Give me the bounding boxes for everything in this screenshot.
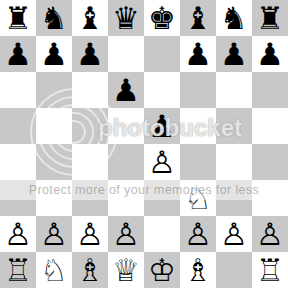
square-a6[interactable]	[0, 72, 36, 108]
square-g4[interactable]	[216, 144, 252, 180]
piece-black-pawn: ♟	[0, 36, 36, 72]
square-b1[interactable]: ♘	[36, 252, 72, 288]
square-b3[interactable]	[36, 180, 72, 216]
piece-black-bishop: ♝	[180, 0, 216, 36]
piece-white-pawn: ♙	[180, 216, 216, 252]
square-c4[interactable]	[72, 144, 108, 180]
square-g2[interactable]: ♙	[216, 216, 252, 252]
square-b8[interactable]: ♞	[36, 0, 72, 36]
piece-black-knight: ♞	[216, 0, 252, 36]
square-e5[interactable]: ♟	[144, 108, 180, 144]
square-a1[interactable]: ♖	[0, 252, 36, 288]
square-d8[interactable]: ♛	[108, 0, 144, 36]
piece-white-pawn: ♙	[144, 144, 180, 180]
piece-white-king: ♔	[144, 252, 180, 288]
square-c8[interactable]: ♝	[72, 0, 108, 36]
piece-white-knight: ♘	[36, 252, 72, 288]
square-c6[interactable]	[72, 72, 108, 108]
chess-board: ♜♞♝♛♚♝♞♜♟♟♟♟♟♟♟♟♙♘♙♙♙♙♙♙♙♖♘♗♕♔♗♖	[0, 0, 288, 288]
piece-black-knight: ♞	[36, 0, 72, 36]
square-e6[interactable]	[144, 72, 180, 108]
piece-black-pawn: ♟	[144, 108, 180, 144]
piece-black-pawn: ♟	[180, 36, 216, 72]
square-e1[interactable]: ♔	[144, 252, 180, 288]
square-g7[interactable]: ♟	[216, 36, 252, 72]
piece-white-rook: ♖	[0, 252, 36, 288]
square-a5[interactable]	[0, 108, 36, 144]
square-a8[interactable]: ♜	[0, 0, 36, 36]
piece-black-pawn: ♟	[252, 36, 288, 72]
piece-white-rook: ♖	[252, 252, 288, 288]
piece-black-pawn: ♟	[72, 36, 108, 72]
piece-black-king: ♚	[144, 0, 180, 36]
square-h6[interactable]	[252, 72, 288, 108]
square-d3[interactable]	[108, 180, 144, 216]
piece-white-knight: ♘	[180, 180, 216, 216]
piece-white-pawn: ♙	[0, 216, 36, 252]
square-a3[interactable]	[0, 180, 36, 216]
square-d5[interactable]	[108, 108, 144, 144]
square-h1[interactable]: ♖	[252, 252, 288, 288]
square-f6[interactable]	[180, 72, 216, 108]
square-h4[interactable]	[252, 144, 288, 180]
square-e8[interactable]: ♚	[144, 0, 180, 36]
square-g3[interactable]	[216, 180, 252, 216]
square-g5[interactable]	[216, 108, 252, 144]
square-f7[interactable]: ♟	[180, 36, 216, 72]
square-h7[interactable]: ♟	[252, 36, 288, 72]
piece-white-bishop: ♗	[72, 252, 108, 288]
piece-black-queen: ♛	[108, 0, 144, 36]
square-d4[interactable]	[108, 144, 144, 180]
piece-black-pawn: ♟	[108, 72, 144, 108]
square-e4[interactable]: ♙	[144, 144, 180, 180]
square-c1[interactable]: ♗	[72, 252, 108, 288]
piece-white-pawn: ♙	[216, 216, 252, 252]
piece-black-pawn: ♟	[36, 36, 72, 72]
square-b7[interactable]: ♟	[36, 36, 72, 72]
square-b5[interactable]	[36, 108, 72, 144]
piece-white-pawn: ♙	[252, 216, 288, 252]
square-g1[interactable]	[216, 252, 252, 288]
square-b4[interactable]	[36, 144, 72, 180]
piece-black-rook: ♜	[252, 0, 288, 36]
square-g8[interactable]: ♞	[216, 0, 252, 36]
chess-diagram: ♜♞♝♛♚♝♞♜♟♟♟♟♟♟♟♟♙♘♙♙♙♙♙♙♙♖♘♗♕♔♗♖ photobu…	[0, 0, 288, 288]
square-c7[interactable]: ♟	[72, 36, 108, 72]
square-e3[interactable]	[144, 180, 180, 216]
square-g6[interactable]	[216, 72, 252, 108]
square-d7[interactable]	[108, 36, 144, 72]
square-a7[interactable]: ♟	[0, 36, 36, 72]
piece-black-rook: ♜	[0, 0, 36, 36]
piece-black-bishop: ♝	[72, 0, 108, 36]
piece-white-bishop: ♗	[180, 252, 216, 288]
piece-white-pawn: ♙	[108, 216, 144, 252]
square-c5[interactable]	[72, 108, 108, 144]
square-e2[interactable]	[144, 216, 180, 252]
square-a2[interactable]: ♙	[0, 216, 36, 252]
square-f5[interactable]	[180, 108, 216, 144]
piece-white-queen: ♕	[108, 252, 144, 288]
square-d6[interactable]: ♟	[108, 72, 144, 108]
square-f3[interactable]: ♘	[180, 180, 216, 216]
square-e7[interactable]	[144, 36, 180, 72]
square-h8[interactable]: ♜	[252, 0, 288, 36]
square-b6[interactable]	[36, 72, 72, 108]
square-f4[interactable]	[180, 144, 216, 180]
square-c3[interactable]	[72, 180, 108, 216]
piece-white-pawn: ♙	[72, 216, 108, 252]
square-f1[interactable]: ♗	[180, 252, 216, 288]
square-h2[interactable]: ♙	[252, 216, 288, 252]
square-h5[interactable]	[252, 108, 288, 144]
piece-white-pawn: ♙	[36, 216, 72, 252]
square-c2[interactable]: ♙	[72, 216, 108, 252]
square-h3[interactable]	[252, 180, 288, 216]
square-f2[interactable]: ♙	[180, 216, 216, 252]
square-a4[interactable]	[0, 144, 36, 180]
square-f8[interactable]: ♝	[180, 0, 216, 36]
square-d1[interactable]: ♕	[108, 252, 144, 288]
square-b2[interactable]: ♙	[36, 216, 72, 252]
square-d2[interactable]: ♙	[108, 216, 144, 252]
piece-black-pawn: ♟	[216, 36, 252, 72]
